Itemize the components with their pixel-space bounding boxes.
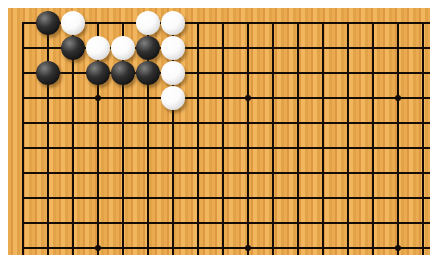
grid-line-vertical [222, 22, 224, 255]
go-board-viewport [0, 0, 432, 257]
grid-line-vertical [372, 22, 374, 255]
go-board[interactable] [8, 8, 430, 255]
star-point [395, 245, 401, 251]
black-stone [36, 11, 60, 35]
grid-line-horizontal [22, 147, 430, 149]
white-stone [61, 11, 85, 35]
grid-line-vertical [347, 22, 349, 255]
black-stone [86, 61, 110, 85]
black-stone [136, 36, 160, 60]
black-stone [61, 36, 85, 60]
black-stone [111, 61, 135, 85]
grid-line-horizontal [22, 222, 430, 224]
grid-line-vertical [272, 22, 274, 255]
black-stone [136, 61, 160, 85]
star-point [245, 245, 251, 251]
grid-line-horizontal [22, 72, 430, 74]
grid-line-vertical [247, 22, 249, 255]
grid-line-horizontal [22, 247, 430, 249]
white-stone [86, 36, 110, 60]
star-point [395, 95, 401, 101]
star-point [95, 95, 101, 101]
grid-line-vertical [22, 22, 24, 255]
grid-line-vertical [47, 22, 49, 255]
grid-line-vertical [422, 22, 424, 255]
black-stone [36, 61, 60, 85]
white-stone [111, 36, 135, 60]
grid-line-vertical [297, 22, 299, 255]
grid-line-horizontal [22, 197, 430, 199]
star-point [245, 95, 251, 101]
grid-line-horizontal [22, 122, 430, 124]
white-stone [161, 86, 185, 110]
white-stone [136, 11, 160, 35]
star-point [95, 245, 101, 251]
white-stone [161, 36, 185, 60]
white-stone [161, 61, 185, 85]
white-stone [161, 11, 185, 35]
grid-line-vertical [197, 22, 199, 255]
grid-line-vertical [397, 22, 399, 255]
grid-line-horizontal [22, 97, 430, 99]
grid-line-horizontal [22, 172, 430, 174]
grid-line-vertical [322, 22, 324, 255]
